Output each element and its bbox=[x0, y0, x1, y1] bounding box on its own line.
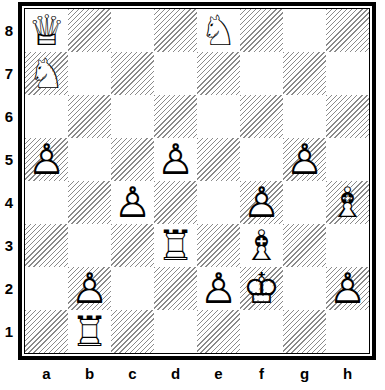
square-b5[interactable] bbox=[68, 138, 111, 181]
square-f8[interactable] bbox=[240, 9, 283, 52]
piece-white-pawn-a5[interactable]: ♟♙ bbox=[25, 138, 68, 181]
file-label-c: c bbox=[111, 362, 154, 386]
file-label-g: g bbox=[283, 362, 326, 386]
square-f7[interactable] bbox=[240, 52, 283, 95]
square-d2[interactable] bbox=[154, 267, 197, 310]
square-a2[interactable] bbox=[25, 267, 68, 310]
square-h3[interactable] bbox=[326, 224, 369, 267]
square-e5[interactable] bbox=[197, 138, 240, 181]
board-frame: ♛♕♞♘♞♘♟♙♟♙♟♙♟♙♟♙♝♗♜♖♝♗♟♙♟♙♚♔♟♙♜♖ bbox=[18, 2, 376, 360]
square-g8[interactable] bbox=[283, 9, 326, 52]
rank-label-8: 8 bbox=[0, 9, 18, 52]
piece-white-knight-a7[interactable]: ♞♘ bbox=[25, 52, 68, 95]
rank-label-6: 6 bbox=[0, 95, 18, 138]
white-pawn-icon: ♙ bbox=[283, 138, 326, 181]
piece-white-knight-e8[interactable]: ♞♘ bbox=[197, 9, 240, 52]
rank-label-1: 1 bbox=[0, 310, 18, 353]
white-pawn-icon: ♙ bbox=[326, 267, 369, 310]
square-b3[interactable] bbox=[68, 224, 111, 267]
white-pawn-icon: ♙ bbox=[197, 267, 240, 310]
piece-white-pawn-h2[interactable]: ♟♙ bbox=[326, 267, 369, 310]
white-pawn-icon: ♙ bbox=[154, 138, 197, 181]
rank-label-2: 2 bbox=[0, 267, 18, 310]
square-h8[interactable] bbox=[326, 9, 369, 52]
square-f4[interactable]: ♟♙ bbox=[240, 181, 283, 224]
white-pawn-icon: ♙ bbox=[25, 138, 68, 181]
square-c4[interactable]: ♟♙ bbox=[111, 181, 154, 224]
square-a1[interactable] bbox=[25, 310, 68, 353]
square-e2[interactable]: ♟♙ bbox=[197, 267, 240, 310]
square-e6[interactable] bbox=[197, 95, 240, 138]
square-a4[interactable] bbox=[25, 181, 68, 224]
square-f1[interactable] bbox=[240, 310, 283, 353]
square-b7[interactable] bbox=[68, 52, 111, 95]
square-c1[interactable] bbox=[111, 310, 154, 353]
square-g1[interactable] bbox=[283, 310, 326, 353]
square-c3[interactable] bbox=[111, 224, 154, 267]
square-f5[interactable] bbox=[240, 138, 283, 181]
rank-label-5: 5 bbox=[0, 138, 18, 181]
square-g5[interactable]: ♟♙ bbox=[283, 138, 326, 181]
square-e8[interactable]: ♞♘ bbox=[197, 9, 240, 52]
square-c5[interactable] bbox=[111, 138, 154, 181]
square-h7[interactable] bbox=[326, 52, 369, 95]
white-king-icon: ♔ bbox=[240, 267, 283, 310]
white-knight-icon: ♘ bbox=[25, 52, 68, 95]
square-h4[interactable]: ♝♗ bbox=[326, 181, 369, 224]
white-pawn-icon: ♙ bbox=[240, 181, 283, 224]
white-queen-icon: ♕ bbox=[25, 9, 68, 52]
piece-white-pawn-e2[interactable]: ♟♙ bbox=[197, 267, 240, 310]
square-g6[interactable] bbox=[283, 95, 326, 138]
white-pawn-icon: ♙ bbox=[68, 267, 111, 310]
square-g4[interactable] bbox=[283, 181, 326, 224]
square-g2[interactable] bbox=[283, 267, 326, 310]
piece-white-rook-d3[interactable]: ♜♖ bbox=[154, 224, 197, 267]
square-c2[interactable] bbox=[111, 267, 154, 310]
square-a7[interactable]: ♞♘ bbox=[25, 52, 68, 95]
square-f2[interactable]: ♚♔ bbox=[240, 267, 283, 310]
piece-white-king-f2[interactable]: ♚♔ bbox=[240, 267, 283, 310]
piece-white-pawn-c4[interactable]: ♟♙ bbox=[111, 181, 154, 224]
piece-white-bishop-h4[interactable]: ♝♗ bbox=[326, 181, 369, 224]
file-label-e: e bbox=[197, 362, 240, 386]
white-bishop-icon: ♗ bbox=[240, 224, 283, 267]
square-b8[interactable] bbox=[68, 9, 111, 52]
square-b6[interactable] bbox=[68, 95, 111, 138]
square-b2[interactable]: ♟♙ bbox=[68, 267, 111, 310]
piece-white-bishop-f3[interactable]: ♝♗ bbox=[240, 224, 283, 267]
square-f6[interactable] bbox=[240, 95, 283, 138]
square-g3[interactable] bbox=[283, 224, 326, 267]
piece-white-pawn-b2[interactable]: ♟♙ bbox=[68, 267, 111, 310]
square-b4[interactable] bbox=[68, 181, 111, 224]
square-d6[interactable] bbox=[154, 95, 197, 138]
file-label-f: f bbox=[240, 362, 283, 386]
piece-white-rook-b1[interactable]: ♜♖ bbox=[68, 310, 111, 353]
square-d1[interactable] bbox=[154, 310, 197, 353]
square-d5[interactable]: ♟♙ bbox=[154, 138, 197, 181]
square-a3[interactable] bbox=[25, 224, 68, 267]
square-d4[interactable] bbox=[154, 181, 197, 224]
square-h2[interactable]: ♟♙ bbox=[326, 267, 369, 310]
file-label-h: h bbox=[326, 362, 369, 386]
white-bishop-icon: ♗ bbox=[326, 181, 369, 224]
square-h5[interactable] bbox=[326, 138, 369, 181]
square-g7[interactable] bbox=[283, 52, 326, 95]
piece-white-pawn-g5[interactable]: ♟♙ bbox=[283, 138, 326, 181]
white-pawn-icon: ♙ bbox=[111, 181, 154, 224]
file-labels: abcdefgh bbox=[25, 362, 369, 386]
rank-label-3: 3 bbox=[0, 224, 18, 267]
square-h1[interactable] bbox=[326, 310, 369, 353]
square-a8[interactable]: ♛♕ bbox=[25, 9, 68, 52]
chess-diagram: 87654321 ♛♕♞♘♞♘♟♙♟♙♟♙♟♙♟♙♝♗♜♖♝♗♟♙♟♙♚♔♟♙♜… bbox=[0, 0, 385, 390]
piece-white-pawn-f4[interactable]: ♟♙ bbox=[240, 181, 283, 224]
square-c6[interactable] bbox=[111, 95, 154, 138]
square-h6[interactable] bbox=[326, 95, 369, 138]
square-e3[interactable] bbox=[197, 224, 240, 267]
white-knight-icon: ♘ bbox=[197, 9, 240, 52]
square-e4[interactable] bbox=[197, 181, 240, 224]
square-b1[interactable]: ♜♖ bbox=[68, 310, 111, 353]
square-d8[interactable] bbox=[154, 9, 197, 52]
square-a5[interactable]: ♟♙ bbox=[25, 138, 68, 181]
square-c7[interactable] bbox=[111, 52, 154, 95]
square-e7[interactable] bbox=[197, 52, 240, 95]
board-inner-border: ♛♕♞♘♞♘♟♙♟♙♟♙♟♙♟♙♝♗♜♖♝♗♟♙♟♙♚♔♟♙♜♖ bbox=[24, 8, 370, 354]
file-label-b: b bbox=[68, 362, 111, 386]
white-rook-icon: ♖ bbox=[154, 224, 197, 267]
rank-label-4: 4 bbox=[0, 181, 18, 224]
piece-white-pawn-d5[interactable]: ♟♙ bbox=[154, 138, 197, 181]
piece-white-queen-a8[interactable]: ♛♕ bbox=[25, 9, 68, 52]
rank-labels: 87654321 bbox=[0, 9, 18, 353]
white-rook-icon: ♖ bbox=[68, 310, 111, 353]
file-label-a: a bbox=[25, 362, 68, 386]
square-d7[interactable] bbox=[154, 52, 197, 95]
rank-label-7: 7 bbox=[0, 52, 18, 95]
square-e1[interactable] bbox=[197, 310, 240, 353]
square-d3[interactable]: ♜♖ bbox=[154, 224, 197, 267]
square-c8[interactable] bbox=[111, 9, 154, 52]
file-label-d: d bbox=[154, 362, 197, 386]
square-a6[interactable] bbox=[25, 95, 68, 138]
chess-board: ♛♕♞♘♞♘♟♙♟♙♟♙♟♙♟♙♝♗♜♖♝♗♟♙♟♙♚♔♟♙♜♖ bbox=[25, 9, 369, 353]
square-f3[interactable]: ♝♗ bbox=[240, 224, 283, 267]
